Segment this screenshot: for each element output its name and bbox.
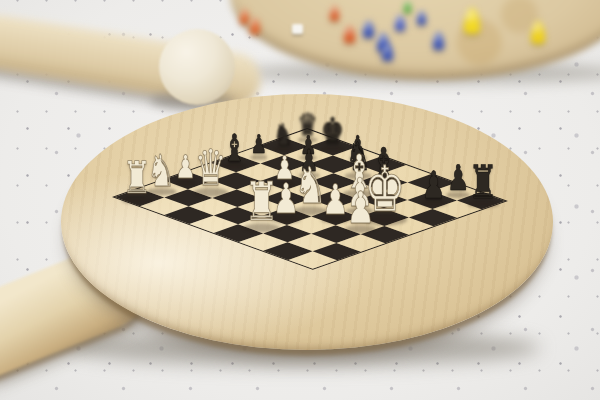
scene: ♜♞♟♛♜♟♞♝♟♟♟♚♟♝♟♞♛♚♟♟♟♞♝♟♟♜ xyxy=(0,0,600,400)
wooden-ball xyxy=(159,29,235,105)
